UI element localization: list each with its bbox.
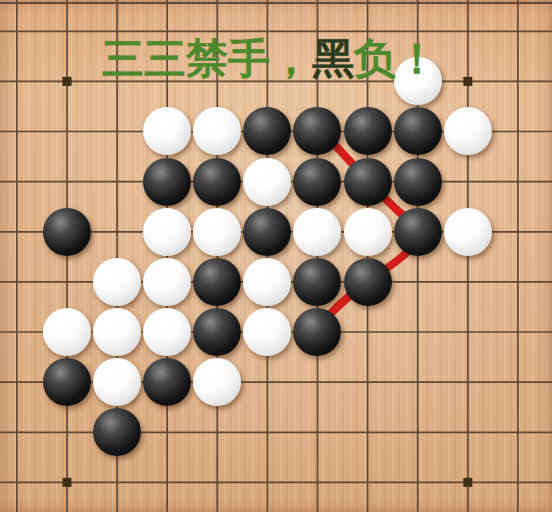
- black-stone: [43, 358, 91, 406]
- board-cell[interactable]: [242, 207, 292, 257]
- board-cell[interactable]: [192, 307, 242, 357]
- board-cell[interactable]: [292, 457, 342, 507]
- board-cell[interactable]: [192, 157, 242, 207]
- board-cell[interactable]: [493, 307, 543, 357]
- white-stone: [243, 258, 291, 306]
- board-cell[interactable]: [342, 307, 392, 357]
- white-stone: [43, 308, 91, 356]
- board-cell[interactable]: [242, 357, 292, 407]
- board-cell[interactable]: [393, 157, 443, 207]
- board-cell[interactable]: [292, 307, 342, 357]
- board-cell[interactable]: [493, 157, 543, 207]
- board-cell[interactable]: [92, 357, 142, 407]
- board-cell[interactable]: [493, 207, 543, 257]
- board-cell[interactable]: [393, 106, 443, 156]
- white-stone: [93, 358, 141, 406]
- board-cell[interactable]: [42, 307, 92, 357]
- board-cell[interactable]: [443, 357, 493, 407]
- board-cell[interactable]: [242, 457, 292, 507]
- forbidden-move-caption: 三三禁手，黑负！: [102, 38, 438, 80]
- board-cell[interactable]: [342, 457, 392, 507]
- board-cell[interactable]: [493, 56, 543, 106]
- board-cell[interactable]: [292, 257, 342, 307]
- board-cell[interactable]: [342, 106, 392, 156]
- board-cell[interactable]: [42, 207, 92, 257]
- board-cell[interactable]: [42, 6, 92, 56]
- black-stone: [93, 408, 141, 456]
- board-cell[interactable]: [42, 257, 92, 307]
- board-cell[interactable]: [142, 157, 192, 207]
- board-cell[interactable]: [142, 357, 192, 407]
- board-cell[interactable]: [393, 457, 443, 507]
- board-cell[interactable]: [493, 407, 543, 457]
- board-cell[interactable]: [443, 56, 493, 106]
- board-cell[interactable]: [192, 407, 242, 457]
- black-stone: [193, 158, 241, 206]
- board-cell[interactable]: [0, 257, 42, 307]
- board-cell[interactable]: [443, 307, 493, 357]
- board-cell[interactable]: [0, 157, 42, 207]
- black-stone: [43, 208, 91, 256]
- board-cell[interactable]: [493, 357, 543, 407]
- board-cell[interactable]: [242, 407, 292, 457]
- caption-text-black: 黑: [312, 34, 354, 83]
- board-cell[interactable]: [92, 106, 142, 156]
- board-cell[interactable]: [92, 257, 142, 307]
- board-cell[interactable]: [342, 257, 392, 307]
- board-cell[interactable]: [42, 457, 92, 507]
- board-cell[interactable]: [342, 157, 392, 207]
- black-stone: [293, 258, 341, 306]
- board-cell[interactable]: [292, 407, 342, 457]
- board-cell[interactable]: [0, 106, 42, 156]
- board-cell[interactable]: [393, 207, 443, 257]
- board-cell[interactable]: [292, 106, 342, 156]
- board-cell[interactable]: [92, 307, 142, 357]
- board-cell[interactable]: [192, 207, 242, 257]
- board-cell[interactable]: [342, 207, 392, 257]
- white-stone: [143, 258, 191, 306]
- board-cell[interactable]: [0, 6, 42, 56]
- black-stone: [344, 258, 392, 306]
- white-stone: [193, 358, 241, 406]
- board-cell[interactable]: [142, 106, 192, 156]
- board-cell[interactable]: [443, 457, 493, 507]
- white-stone: [344, 208, 392, 256]
- board-cell[interactable]: [142, 257, 192, 307]
- white-stone: [444, 208, 492, 256]
- caption-text-loses: 负！: [354, 34, 438, 83]
- board-cell[interactable]: [0, 457, 42, 507]
- board-cell[interactable]: [92, 207, 142, 257]
- board-cell[interactable]: [242, 157, 292, 207]
- black-stone: [344, 107, 392, 155]
- board-cell[interactable]: [0, 407, 42, 457]
- board-cell[interactable]: [92, 407, 142, 457]
- board-cell[interactable]: [443, 207, 493, 257]
- white-stone: [193, 107, 241, 155]
- black-stone: [293, 158, 341, 206]
- white-stone: [193, 208, 241, 256]
- board-cell[interactable]: [0, 56, 42, 106]
- board-cell[interactable]: [142, 307, 192, 357]
- black-stone: [243, 208, 291, 256]
- black-stone: [394, 107, 442, 155]
- caption-text-sansan-kinshu: 三三禁手，: [102, 34, 312, 83]
- board-cell[interactable]: [142, 407, 192, 457]
- black-stone: [293, 308, 341, 356]
- board-cell[interactable]: [242, 106, 292, 156]
- board-cell[interactable]: [342, 407, 392, 457]
- black-stone: [394, 208, 442, 256]
- board-cell[interactable]: [192, 106, 242, 156]
- board-cell[interactable]: [493, 106, 543, 156]
- black-stone: [243, 107, 291, 155]
- board-cell[interactable]: [42, 56, 92, 106]
- board-cell[interactable]: [192, 457, 242, 507]
- white-stone: [293, 208, 341, 256]
- board-cell[interactable]: [493, 457, 543, 507]
- board-cell[interactable]: [493, 6, 543, 56]
- board-cell[interactable]: [142, 457, 192, 507]
- board-cell[interactable]: [42, 106, 92, 156]
- board-cell[interactable]: [443, 157, 493, 207]
- board-cell[interactable]: [393, 307, 443, 357]
- board-cell[interactable]: [42, 407, 92, 457]
- board-cell[interactable]: [292, 157, 342, 207]
- white-stone: [243, 308, 291, 356]
- white-stone: [143, 308, 191, 356]
- board-cell[interactable]: [393, 407, 443, 457]
- black-stone: [293, 107, 341, 155]
- board-cell[interactable]: [493, 257, 543, 307]
- board-cell[interactable]: [342, 357, 392, 407]
- black-stone: [143, 158, 191, 206]
- board-cell[interactable]: [242, 257, 292, 307]
- board-cell[interactable]: [242, 307, 292, 357]
- board-cell[interactable]: [0, 307, 42, 357]
- board-cell[interactable]: [393, 257, 443, 307]
- white-stone: [143, 208, 191, 256]
- white-stone: [93, 258, 141, 306]
- board-cell[interactable]: [393, 357, 443, 407]
- black-stone: [193, 308, 241, 356]
- board-cell[interactable]: [42, 357, 92, 407]
- black-stone: [394, 158, 442, 206]
- black-stone: [143, 358, 191, 406]
- board-cell[interactable]: [92, 457, 142, 507]
- board-cell[interactable]: [443, 407, 493, 457]
- board-cell[interactable]: [92, 157, 142, 207]
- board-cell[interactable]: [42, 157, 92, 207]
- board-cell[interactable]: [443, 106, 493, 156]
- board-cell[interactable]: [142, 207, 192, 257]
- board-cell[interactable]: [443, 257, 493, 307]
- board-cell[interactable]: [292, 357, 342, 407]
- board-cell[interactable]: [443, 6, 493, 56]
- board-cell[interactable]: [192, 357, 242, 407]
- white-stone: [243, 158, 291, 206]
- black-stone: [193, 258, 241, 306]
- black-stone: [344, 158, 392, 206]
- goban-board: 三三禁手，黑负！: [0, 0, 552, 512]
- white-stone: [143, 107, 191, 155]
- board-cell[interactable]: [0, 207, 42, 257]
- board-cell[interactable]: [0, 357, 42, 407]
- white-stone: [444, 107, 492, 155]
- white-stone: [93, 308, 141, 356]
- board-cell[interactable]: [292, 207, 342, 257]
- board-cell[interactable]: [192, 257, 242, 307]
